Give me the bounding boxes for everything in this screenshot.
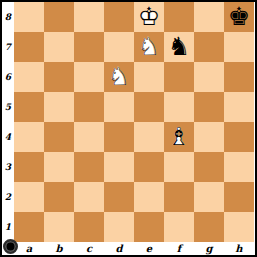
- square-g4[interactable]: [194, 122, 224, 152]
- square-e6[interactable]: [134, 62, 164, 92]
- square-c5[interactable]: [74, 92, 104, 122]
- square-c3[interactable]: [74, 152, 104, 182]
- square-g5[interactable]: [194, 92, 224, 122]
- square-f8[interactable]: [164, 2, 194, 32]
- chess-diagram: 87654321 ♚♔♚♞♘♞♞♘♝♗ abcdefgh: [0, 0, 257, 257]
- square-e3[interactable]: [134, 152, 164, 182]
- square-c7[interactable]: [74, 32, 104, 62]
- white-king[interactable]: ♚♔: [134, 2, 164, 32]
- rank-label-2: 2: [2, 182, 14, 212]
- square-f1[interactable]: [164, 212, 194, 242]
- file-label-b: b: [44, 242, 74, 255]
- rank-label-4: 4: [2, 122, 14, 152]
- square-d4[interactable]: [104, 122, 134, 152]
- square-h4[interactable]: [224, 122, 254, 152]
- file-labels: abcdefgh: [14, 242, 254, 255]
- square-f3[interactable]: [164, 152, 194, 182]
- square-b4[interactable]: [44, 122, 74, 152]
- white-knight[interactable]: ♞♘: [104, 62, 134, 92]
- file-label-c: c: [74, 242, 104, 255]
- square-h3[interactable]: [224, 152, 254, 182]
- square-h8[interactable]: ♚: [224, 2, 254, 32]
- square-a4[interactable]: [14, 122, 44, 152]
- square-h5[interactable]: [224, 92, 254, 122]
- square-e1[interactable]: [134, 212, 164, 242]
- square-b3[interactable]: [44, 152, 74, 182]
- square-b1[interactable]: [44, 212, 74, 242]
- square-g1[interactable]: [194, 212, 224, 242]
- square-f4[interactable]: ♝♗: [164, 122, 194, 152]
- square-c4[interactable]: [74, 122, 104, 152]
- square-d6[interactable]: ♞♘: [104, 62, 134, 92]
- file-label-h: h: [224, 242, 254, 255]
- square-b8[interactable]: [44, 2, 74, 32]
- file-label-e: e: [134, 242, 164, 255]
- white-knight-glyph: ♘: [104, 62, 134, 92]
- square-b7[interactable]: [44, 32, 74, 62]
- square-d3[interactable]: [104, 152, 134, 182]
- square-f7[interactable]: ♞: [164, 32, 194, 62]
- square-f6[interactable]: [164, 62, 194, 92]
- square-h2[interactable]: [224, 182, 254, 212]
- square-f5[interactable]: [164, 92, 194, 122]
- rank-label-5: 5: [2, 92, 14, 122]
- square-h1[interactable]: [224, 212, 254, 242]
- white-bishop-glyph: ♗: [164, 122, 194, 152]
- square-g2[interactable]: [194, 182, 224, 212]
- square-b2[interactable]: [44, 182, 74, 212]
- chess-board: ♚♔♚♞♘♞♞♘♝♗: [14, 2, 254, 242]
- square-g8[interactable]: [194, 2, 224, 32]
- square-h7[interactable]: [224, 32, 254, 62]
- square-d8[interactable]: [104, 2, 134, 32]
- file-label-d: d: [104, 242, 134, 255]
- square-e8[interactable]: ♚♔: [134, 2, 164, 32]
- white-knight-glyph: ♘: [134, 32, 164, 62]
- file-label-f: f: [164, 242, 194, 255]
- black-king[interactable]: ♚: [224, 2, 254, 32]
- square-a8[interactable]: [14, 2, 44, 32]
- square-b5[interactable]: [44, 92, 74, 122]
- square-a6[interactable]: [14, 62, 44, 92]
- square-c1[interactable]: [74, 212, 104, 242]
- square-d2[interactable]: [104, 182, 134, 212]
- white-king-glyph: ♔: [134, 2, 164, 32]
- square-g7[interactable]: [194, 32, 224, 62]
- square-a2[interactable]: [14, 182, 44, 212]
- square-a3[interactable]: [14, 152, 44, 182]
- file-label-g: g: [194, 242, 224, 255]
- square-e7[interactable]: ♞♘: [134, 32, 164, 62]
- square-d5[interactable]: [104, 92, 134, 122]
- square-b6[interactable]: [44, 62, 74, 92]
- square-d7[interactable]: [104, 32, 134, 62]
- square-d1[interactable]: [104, 212, 134, 242]
- file-label-a: a: [14, 242, 44, 255]
- square-c6[interactable]: [74, 62, 104, 92]
- black-knight[interactable]: ♞: [164, 32, 194, 62]
- rank-label-8: 8: [2, 2, 14, 32]
- square-g3[interactable]: [194, 152, 224, 182]
- rank-label-1: 1: [2, 212, 14, 242]
- square-c2[interactable]: [74, 182, 104, 212]
- side-to-move-indicator: [3, 239, 18, 254]
- square-a1[interactable]: [14, 212, 44, 242]
- rank-label-6: 6: [2, 62, 14, 92]
- square-e2[interactable]: [134, 182, 164, 212]
- square-c8[interactable]: [74, 2, 104, 32]
- square-g6[interactable]: [194, 62, 224, 92]
- square-f2[interactable]: [164, 182, 194, 212]
- white-knight[interactable]: ♞♘: [134, 32, 164, 62]
- diagram-content: 87654321 ♚♔♚♞♘♞♞♘♝♗ abcdefgh: [2, 2, 255, 255]
- rank-label-3: 3: [2, 152, 14, 182]
- white-bishop[interactable]: ♝♗: [164, 122, 194, 152]
- square-a7[interactable]: [14, 32, 44, 62]
- square-h6[interactable]: [224, 62, 254, 92]
- square-a5[interactable]: [14, 92, 44, 122]
- square-e4[interactable]: [134, 122, 164, 152]
- square-e5[interactable]: [134, 92, 164, 122]
- rank-label-7: 7: [2, 32, 14, 62]
- rank-labels: 87654321: [2, 2, 14, 242]
